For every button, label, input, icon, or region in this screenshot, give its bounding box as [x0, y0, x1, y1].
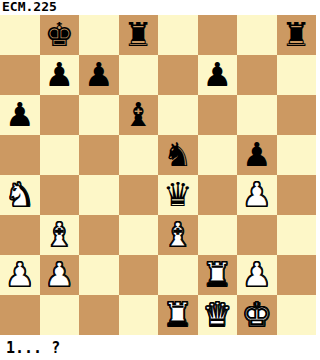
square-d2[interactable]: [119, 255, 159, 295]
square-d3[interactable]: [119, 215, 159, 255]
square-b4[interactable]: [40, 175, 80, 215]
square-f4[interactable]: [198, 175, 238, 215]
square-e7[interactable]: [158, 55, 198, 95]
square-a2[interactable]: ♟: [0, 255, 40, 295]
square-d7[interactable]: [119, 55, 159, 95]
square-c5[interactable]: [79, 135, 119, 175]
square-b6[interactable]: [40, 95, 80, 135]
square-h7[interactable]: [277, 55, 317, 95]
white-pawn: ♟: [44, 255, 74, 295]
black-pawn: ♟: [5, 95, 35, 135]
square-g2[interactable]: ♟: [237, 255, 277, 295]
square-f8[interactable]: [198, 15, 238, 55]
square-a5[interactable]: [0, 135, 40, 175]
square-b3[interactable]: ♝: [40, 215, 80, 255]
square-f1[interactable]: ♛: [198, 295, 238, 335]
black-pawn: ♟: [44, 55, 74, 95]
white-pawn: ♟: [242, 175, 272, 215]
square-h2[interactable]: [277, 255, 317, 295]
square-d6[interactable]: ♝: [119, 95, 159, 135]
black-pawn: ♟: [202, 55, 232, 95]
square-g5[interactable]: ♟: [237, 135, 277, 175]
black-king: ♚: [44, 15, 74, 55]
square-f5[interactable]: [198, 135, 238, 175]
square-c6[interactable]: [79, 95, 119, 135]
white-pawn: ♟: [5, 255, 35, 295]
square-g1[interactable]: ♚: [237, 295, 277, 335]
square-b7[interactable]: ♟: [40, 55, 80, 95]
square-a8[interactable]: [0, 15, 40, 55]
square-c8[interactable]: [79, 15, 119, 55]
square-d1[interactable]: [119, 295, 159, 335]
square-h6[interactable]: [277, 95, 317, 135]
square-g4[interactable]: ♟: [237, 175, 277, 215]
white-rook: ♜: [202, 255, 232, 295]
square-f6[interactable]: [198, 95, 238, 135]
white-rook: ♜: [163, 295, 193, 335]
square-a4[interactable]: ♞: [0, 175, 40, 215]
square-a3[interactable]: [0, 215, 40, 255]
square-h8[interactable]: ♜: [277, 15, 317, 55]
square-e8[interactable]: [158, 15, 198, 55]
square-f3[interactable]: [198, 215, 238, 255]
white-queen: ♛: [202, 295, 232, 335]
square-e5[interactable]: ♞: [158, 135, 198, 175]
square-e1[interactable]: ♜: [158, 295, 198, 335]
white-pawn: ♟: [242, 255, 272, 295]
square-h5[interactable]: [277, 135, 317, 175]
square-e3[interactable]: ♝: [158, 215, 198, 255]
white-bishop: ♝: [163, 215, 193, 255]
white-bishop: ♝: [44, 215, 74, 255]
square-c2[interactable]: [79, 255, 119, 295]
square-b5[interactable]: [40, 135, 80, 175]
square-g8[interactable]: [237, 15, 277, 55]
puzzle-id-label: ECM.225: [0, 0, 320, 15]
white-knight: ♞: [5, 175, 35, 215]
square-b1[interactable]: [40, 295, 80, 335]
square-c4[interactable]: [79, 175, 119, 215]
square-a7[interactable]: [0, 55, 40, 95]
square-b2[interactable]: ♟: [40, 255, 80, 295]
square-a1[interactable]: [0, 295, 40, 335]
black-rook: ♜: [281, 15, 311, 55]
square-c7[interactable]: ♟: [79, 55, 119, 95]
square-b8[interactable]: ♚: [40, 15, 80, 55]
square-g7[interactable]: [237, 55, 277, 95]
square-f7[interactable]: ♟: [198, 55, 238, 95]
square-a6[interactable]: ♟: [0, 95, 40, 135]
square-e6[interactable]: [158, 95, 198, 135]
black-queen: ♛: [163, 175, 193, 215]
square-f2[interactable]: ♜: [198, 255, 238, 295]
black-bishop: ♝: [123, 95, 153, 135]
square-d4[interactable]: [119, 175, 159, 215]
square-e2[interactable]: [158, 255, 198, 295]
square-d8[interactable]: ♜: [119, 15, 159, 55]
square-h3[interactable]: [277, 215, 317, 255]
square-h4[interactable]: [277, 175, 317, 215]
black-pawn: ♟: [84, 55, 114, 95]
move-prompt-label: 1... ?: [0, 335, 320, 360]
black-rook: ♜: [123, 15, 153, 55]
square-d5[interactable]: [119, 135, 159, 175]
square-g3[interactable]: [237, 215, 277, 255]
black-knight: ♞: [163, 135, 193, 175]
square-h1[interactable]: [277, 295, 317, 335]
white-king: ♚: [242, 295, 272, 335]
square-c3[interactable]: [79, 215, 119, 255]
puzzle-window: ECM.225 ♚♜♜♟♟♟♟♝♞♟♞♛♟♝♝♟♟♜♟♜♛♚ 1... ?: [0, 0, 320, 360]
square-g6[interactable]: [237, 95, 277, 135]
black-pawn: ♟: [242, 135, 272, 175]
square-e4[interactable]: ♛: [158, 175, 198, 215]
square-c1[interactable]: [79, 295, 119, 335]
chess-board: ♚♜♜♟♟♟♟♝♞♟♞♛♟♝♝♟♟♜♟♜♛♚: [0, 15, 316, 335]
